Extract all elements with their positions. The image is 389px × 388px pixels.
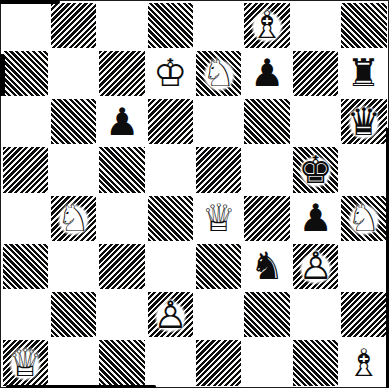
scan-artifact-left-edge [0, 54, 5, 96]
square-d8[interactable] [146, 1, 194, 49]
dark-square-hatch [51, 292, 96, 337]
dark-square-hatch [196, 244, 241, 289]
square-f8[interactable]: ♗ [243, 1, 291, 49]
piece-white-queen[interactable]: ♕ [195, 194, 243, 242]
dark-square-hatch [341, 292, 386, 337]
square-e8[interactable] [195, 1, 243, 49]
square-b6[interactable] [49, 98, 97, 146]
square-b2[interactable] [49, 291, 97, 339]
dark-square-hatch [341, 3, 386, 48]
dark-square-hatch [3, 147, 48, 192]
dark-square-hatch [244, 99, 289, 144]
piece-black-queen[interactable]: ♛ [340, 98, 388, 146]
square-g5[interactable]: ♚ [291, 146, 339, 194]
dark-square-hatch [3, 244, 48, 289]
square-c6[interactable]: ♟ [98, 98, 146, 146]
square-c4[interactable] [98, 194, 146, 242]
square-h3[interactable] [340, 242, 388, 290]
square-b3[interactable] [49, 242, 97, 290]
square-g4[interactable]: ♟ [291, 194, 339, 242]
square-e6[interactable] [195, 98, 243, 146]
square-f6[interactable] [243, 98, 291, 146]
square-a5[interactable] [1, 146, 49, 194]
square-h8[interactable] [340, 1, 388, 49]
square-h4[interactable]: ♘ [340, 194, 388, 242]
square-f2[interactable] [243, 291, 291, 339]
square-h2[interactable] [340, 291, 388, 339]
square-e2[interactable] [195, 291, 243, 339]
square-e7[interactable]: ♘ [195, 49, 243, 97]
square-d6[interactable] [146, 98, 194, 146]
square-b8[interactable] [49, 1, 97, 49]
dark-square-hatch [3, 51, 48, 96]
square-h1[interactable]: ♗ [340, 339, 388, 387]
square-f4[interactable] [243, 194, 291, 242]
square-f5[interactable] [243, 146, 291, 194]
square-g1[interactable] [291, 339, 339, 387]
square-g6[interactable] [291, 98, 339, 146]
square-f3[interactable]: ♞ [243, 242, 291, 290]
piece-black-pawn[interactable]: ♟ [243, 49, 291, 97]
square-d5[interactable] [146, 146, 194, 194]
piece-white-knight[interactable]: ♘ [340, 194, 388, 242]
chess-board: ♗♔♘♟♜♟♛♚♘♕♟♘♞♙♙♕♗ [0, 0, 389, 388]
square-e1[interactable] [195, 339, 243, 387]
square-e5[interactable] [195, 146, 243, 194]
dark-square-hatch [293, 340, 338, 385]
square-g8[interactable] [291, 1, 339, 49]
square-a7[interactable] [1, 49, 49, 97]
square-d4[interactable] [146, 194, 194, 242]
dark-square-hatch [148, 99, 193, 144]
square-d3[interactable] [146, 242, 194, 290]
piece-black-pawn[interactable]: ♟ [291, 194, 339, 242]
square-a1[interactable]: ♕ [1, 339, 49, 387]
dark-square-hatch [244, 196, 289, 241]
piece-black-rook[interactable]: ♜ [340, 49, 388, 97]
square-a3[interactable] [1, 242, 49, 290]
square-d2[interactable]: ♙ [146, 291, 194, 339]
square-g3[interactable]: ♙ [291, 242, 339, 290]
square-h6[interactable]: ♛ [340, 98, 388, 146]
dark-square-hatch [99, 147, 144, 192]
dark-square-hatch [148, 3, 193, 48]
dark-square-hatch [293, 51, 338, 96]
dark-square-hatch [196, 147, 241, 192]
square-a4[interactable] [1, 194, 49, 242]
square-e4[interactable]: ♕ [195, 194, 243, 242]
piece-white-bishop[interactable]: ♗ [243, 1, 291, 49]
piece-white-pawn[interactable]: ♙ [291, 242, 339, 290]
dark-square-hatch [196, 340, 241, 385]
square-c2[interactable] [98, 291, 146, 339]
square-d7[interactable]: ♔ [146, 49, 194, 97]
square-f1[interactable] [243, 339, 291, 387]
chess-diagram-page: ♗♔♘♟♜♟♛♚♘♕♟♘♞♙♙♕♗ [0, 0, 389, 388]
dark-square-hatch [99, 51, 144, 96]
scan-artifact-top-edge [0, 0, 60, 4]
piece-white-queen[interactable]: ♕ [1, 339, 49, 387]
square-c3[interactable] [98, 242, 146, 290]
square-a8[interactable] [1, 1, 49, 49]
dark-square-hatch [244, 292, 289, 337]
piece-white-knight[interactable]: ♘ [49, 194, 97, 242]
dark-square-hatch [51, 3, 96, 48]
dark-square-hatch [99, 244, 144, 289]
piece-white-bishop[interactable]: ♗ [340, 339, 388, 387]
square-c8[interactable] [98, 1, 146, 49]
square-b7[interactable] [49, 49, 97, 97]
dark-square-hatch [148, 196, 193, 241]
piece-black-pawn[interactable]: ♟ [98, 98, 146, 146]
square-c1[interactable] [98, 339, 146, 387]
piece-white-pawn[interactable]: ♙ [146, 291, 194, 339]
square-c5[interactable] [98, 146, 146, 194]
piece-black-king[interactable]: ♚ [291, 146, 339, 194]
square-b5[interactable] [49, 146, 97, 194]
square-e3[interactable] [195, 242, 243, 290]
piece-white-king[interactable]: ♔ [146, 49, 194, 97]
square-a6[interactable] [1, 98, 49, 146]
dark-square-hatch [99, 340, 144, 385]
piece-white-knight[interactable]: ♘ [195, 49, 243, 97]
square-h7[interactable]: ♜ [340, 49, 388, 97]
dark-square-hatch [51, 99, 96, 144]
square-f7[interactable]: ♟ [243, 49, 291, 97]
square-b1[interactable] [49, 339, 97, 387]
square-h5[interactable] [340, 146, 388, 194]
piece-black-knight[interactable]: ♞ [243, 242, 291, 290]
square-g7[interactable] [291, 49, 339, 97]
square-g2[interactable] [291, 291, 339, 339]
square-c7[interactable] [98, 49, 146, 97]
square-a2[interactable] [1, 291, 49, 339]
square-d1[interactable] [146, 339, 194, 387]
square-b4[interactable]: ♘ [49, 194, 97, 242]
